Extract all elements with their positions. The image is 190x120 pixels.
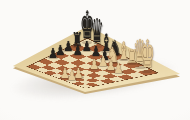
chess-set-photo: ♚♛♝♞♜♟♟♟♟♟♟♟♝♜♛♚♞♟♟♟♟♟♟♟ [0, 0, 190, 120]
